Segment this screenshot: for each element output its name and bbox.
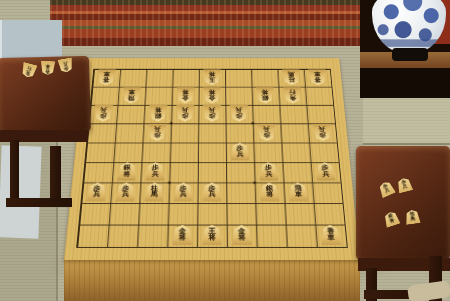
shogi-piece-gote[interactable]: 歩 兵 [257,124,277,141]
captured-piece[interactable]: 香 車 [40,61,56,76]
shogi-piece-sente[interactable]: 歩 兵 [230,143,250,161]
board-grid[interactable]: 香 車玉 将桂 馬香 車飛 車金 将金 将銀 将角 行歩 兵銀 将歩 兵歩 兵歩… [76,69,348,248]
shogi-piece-gote[interactable]: 金 将 [203,87,222,103]
shogi-piece-sente[interactable]: 香 車 [320,225,342,245]
vase-base [392,48,428,61]
captured-piece[interactable]: 桂 馬 [404,209,421,225]
shogi-piece-gote[interactable]: 歩 兵 [93,105,113,122]
shogi-piece-gote[interactable]: 飛 車 [122,87,142,103]
shogi-piece-sente[interactable]: 歩 兵 [315,162,336,180]
shogi-piece-gote[interactable]: 歩 兵 [312,124,333,141]
shogi-board: 香 車玉 将桂 馬香 車飛 車金 将金 将銀 将角 行歩 兵銀 将歩 兵歩 兵歩… [64,58,360,260]
komadai-sente: 歩 兵歩 兵銀 将桂 馬 [356,146,450,260]
shogi-piece-sente[interactable]: 歩 兵 [115,182,136,201]
patterned-rug [50,0,370,46]
tatami-seam-right [363,143,450,145]
shogi-piece-gote[interactable]: 銀 将 [148,105,168,122]
star-point [168,181,171,184]
captured-piece[interactable]: 銀 将 [382,210,401,228]
shogi-piece-gote[interactable]: 桂 馬 [281,70,300,86]
shogi-piece-sente[interactable]: 歩 兵 [173,182,193,201]
captured-piece[interactable]: 角 行 [20,62,38,79]
wooden-object [407,280,450,301]
star-point [253,181,256,184]
stand-leg [10,140,19,198]
shogi-piece-sente[interactable]: 金 将 [231,225,252,245]
stand-leg [50,146,61,200]
star-point [170,122,173,124]
shogi-piece-gote[interactable]: 銀 将 [256,87,275,103]
white-papers [0,145,42,238]
shogi-piece-gote[interactable]: 歩 兵 [147,124,167,141]
shogi-piece-gote[interactable]: 金 将 [176,87,195,103]
shogi-piece-gote[interactable]: 香 車 [97,70,117,86]
paper-screen [0,20,62,62]
shogi-piece-sente[interactable]: 銀 将 [116,162,137,180]
shogi-piece-sente[interactable]: 歩 兵 [86,182,108,201]
shogi-piece-sente[interactable]: 王 将 [202,225,223,245]
shogi-piece-gote[interactable]: 香 車 [308,70,328,86]
captured-piece[interactable]: 歩 兵 [57,57,74,73]
shogi-piece-sente[interactable]: 歩 兵 [145,162,165,180]
shogi-piece-sente[interactable]: 歩 兵 [259,162,279,180]
captured-piece[interactable]: 歩 兵 [396,176,414,193]
shogi-piece-gote[interactable]: 歩 兵 [175,105,194,122]
stand-stretcher [6,198,72,207]
komadai-gote: 角 行香 車歩 兵 [0,56,91,134]
shogi-piece-sente[interactable]: 歩 兵 [202,182,222,201]
shogi-piece-sente[interactable]: 飛 車 [288,182,309,201]
shogi-match-photo: 香 車玉 将桂 馬香 車飛 車金 将金 将銀 将角 行歩 兵銀 将歩 兵歩 兵歩… [0,0,450,301]
shogi-piece-sente[interactable]: 桂 馬 [144,182,165,201]
star-point [252,122,255,124]
shogi-piece-gote[interactable]: 歩 兵 [230,105,249,122]
shogi-piece-gote[interactable]: 玉 将 [203,70,221,86]
shogi-piece-sente[interactable]: 銀 将 [259,182,280,201]
tatami-right-section [363,96,450,148]
shogi-piece-gote[interactable]: 歩 兵 [203,105,222,122]
shogi-piece-gote[interactable]: 角 行 [282,87,302,103]
board-front-face [64,258,360,301]
table-shadow [360,68,450,98]
captured-piece[interactable]: 歩 兵 [377,180,396,199]
shogi-piece-sente[interactable]: 金 将 [172,225,193,245]
